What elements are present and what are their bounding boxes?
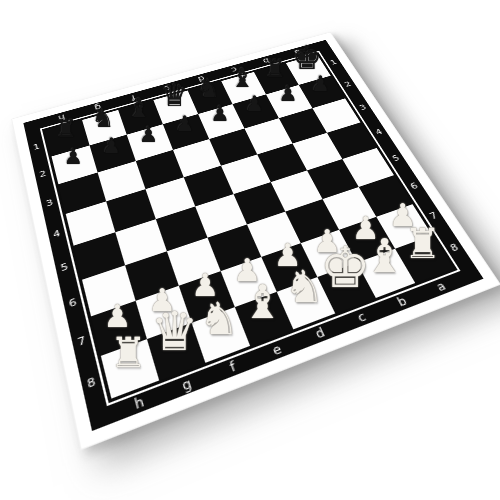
chess-set-photo: hgfedcba hgfedcba 12345678 12345678 ♜♞♝♛…: [0, 0, 500, 500]
chess-mat: hgfedcba hgfedcba 12345678 12345678: [11, 32, 500, 451]
